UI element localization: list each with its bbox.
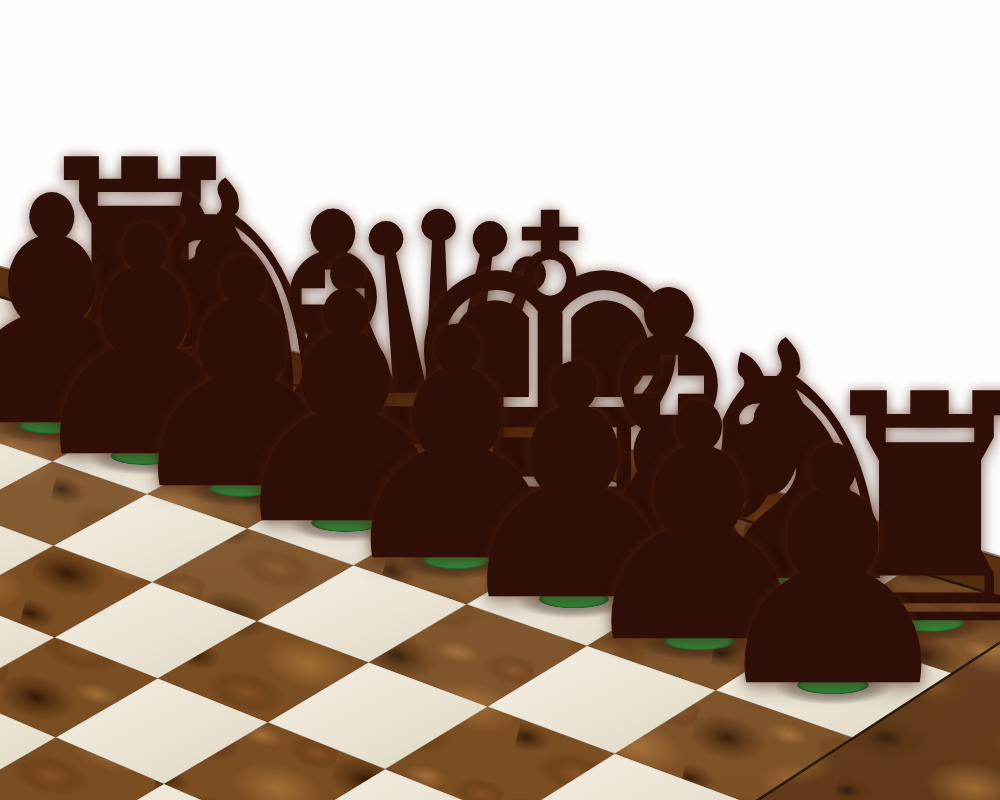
pieces-layer: ♜♞♟♝♟♛♟♚♟♝♟♞♟♜♟♟ xyxy=(0,0,1000,800)
chess-product-photo: ♜♞♟♝♟♛♟♚♟♝♟♞♟♜♟♟ xyxy=(0,0,1000,800)
page: { "game": "chess", "position": { "fen": … xyxy=(0,0,1000,800)
pawn-glyph: ♟ xyxy=(701,405,966,733)
